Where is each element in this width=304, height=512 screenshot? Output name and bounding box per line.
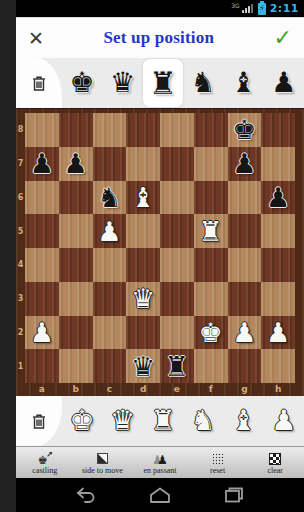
square-h4[interactable] xyxy=(261,248,295,282)
square-c1[interactable] xyxy=(93,349,127,383)
square-c6[interactable]: ♞ xyxy=(93,181,127,215)
black-piece-palette: ♚♛♜♞♝♟ xyxy=(16,58,304,108)
side-to-move-icon xyxy=(97,453,108,464)
black-p-piece: ♟ xyxy=(232,150,256,177)
close-icon[interactable]: ✕ xyxy=(28,29,44,48)
square-g6[interactable] xyxy=(228,181,262,215)
white-b-piece: ♝ xyxy=(231,407,256,435)
square-g3[interactable] xyxy=(228,282,262,316)
palette-black-q[interactable]: ♛ xyxy=(102,58,142,108)
rank-label-2: 2 xyxy=(16,316,25,350)
clear-label: clear xyxy=(267,466,283,475)
palette-white-n[interactable]: ♞ xyxy=(183,396,223,446)
square-d6[interactable]: ♝ xyxy=(126,181,160,215)
black-r-piece: ♜ xyxy=(165,353,189,380)
square-a4[interactable] xyxy=(25,248,59,282)
square-g7[interactable]: ♟ xyxy=(228,147,262,181)
square-c7[interactable] xyxy=(93,147,127,181)
status-clock: 2:11 xyxy=(270,2,299,15)
white-p-piece: ♟ xyxy=(266,319,290,346)
square-a3[interactable] xyxy=(25,282,59,316)
reset-label: reset xyxy=(210,466,225,475)
delete-tool-black[interactable] xyxy=(16,58,62,108)
white-p-piece: ♟ xyxy=(97,218,121,245)
square-b6[interactable] xyxy=(59,181,93,215)
rank-labels: 87654321 xyxy=(16,113,25,383)
white-k-piece: ♚ xyxy=(70,407,95,435)
palette-white-r[interactable]: ♜ xyxy=(143,396,183,446)
square-h1[interactable] xyxy=(261,349,295,383)
white-n-piece: ♞ xyxy=(191,407,216,435)
white-piece-palette: ♚♛♜♞♝♟ xyxy=(16,396,304,446)
black-r-piece: ♜ xyxy=(149,68,177,99)
castling-label: castling xyxy=(32,466,57,475)
black-n-piece: ♞ xyxy=(191,69,216,97)
square-h8[interactable] xyxy=(261,113,295,147)
square-d7[interactable] xyxy=(126,147,160,181)
square-e3[interactable] xyxy=(160,282,194,316)
black-p-piece: ♟ xyxy=(30,150,54,177)
clear-icon xyxy=(269,453,281,465)
white-k-piece: ♚ xyxy=(199,319,223,346)
black-p-piece: ♟ xyxy=(266,184,290,211)
square-e6[interactable] xyxy=(160,181,194,215)
status-bar: 3G ⚡ 2:11 xyxy=(16,0,304,17)
square-h3[interactable] xyxy=(261,282,295,316)
confirm-check-icon[interactable]: ✓ xyxy=(274,27,292,49)
square-a1[interactable] xyxy=(25,349,59,383)
signal-bars-icon xyxy=(242,4,253,13)
square-f5[interactable]: ♜ xyxy=(194,214,228,248)
reset-icon xyxy=(212,453,224,465)
square-h6[interactable]: ♟ xyxy=(261,181,295,215)
black-q-piece: ♛ xyxy=(131,353,155,380)
palette-white-q[interactable]: ♛ xyxy=(102,396,142,446)
square-f8[interactable] xyxy=(194,113,228,147)
black-q-piece: ♛ xyxy=(110,69,135,97)
square-a2[interactable]: ♟ xyxy=(25,316,59,350)
file-label-b: b xyxy=(59,382,93,396)
file-label-e: e xyxy=(160,382,194,396)
trash-icon xyxy=(31,75,47,92)
side-to-move-button[interactable]: side to move xyxy=(74,447,132,478)
castling-button[interactable]: ♚↗ castling xyxy=(16,447,74,478)
file-labels: abcdefgh xyxy=(25,382,295,396)
square-g8[interactable]: ♚ xyxy=(228,113,262,147)
square-g1[interactable] xyxy=(228,349,262,383)
white-p-piece: ♟ xyxy=(232,319,256,346)
signal-icon: 3G xyxy=(231,4,252,13)
square-d8[interactable] xyxy=(126,113,160,147)
rank-label-4: 4 xyxy=(16,248,25,282)
black-n-piece: ♞ xyxy=(97,184,121,211)
square-h2[interactable]: ♟ xyxy=(261,316,295,350)
file-label-a: a xyxy=(25,382,59,396)
square-f3[interactable] xyxy=(194,282,228,316)
square-b8[interactable] xyxy=(59,113,93,147)
white-q-piece: ♛ xyxy=(110,407,135,435)
square-e2[interactable] xyxy=(160,316,194,350)
white-p-piece: ♟ xyxy=(30,319,54,346)
square-c5[interactable]: ♟ xyxy=(93,214,127,248)
square-d2[interactable] xyxy=(126,316,160,350)
black-k-piece: ♚ xyxy=(70,69,95,97)
square-h7[interactable] xyxy=(261,147,295,181)
square-c4[interactable] xyxy=(93,248,127,282)
square-h5[interactable] xyxy=(261,214,295,248)
black-p-piece: ♟ xyxy=(271,69,296,97)
square-a7[interactable]: ♟ xyxy=(25,147,59,181)
rank-label-3: 3 xyxy=(16,282,25,316)
rank-label-1: 1 xyxy=(16,349,25,383)
palette-black-k[interactable]: ♚ xyxy=(62,58,102,108)
square-f6[interactable] xyxy=(194,181,228,215)
square-e4[interactable] xyxy=(160,248,194,282)
square-e8[interactable] xyxy=(160,113,194,147)
square-f1[interactable] xyxy=(194,349,228,383)
white-p-piece: ♟ xyxy=(271,407,296,435)
chess-board: 87654321 ♚♟♟♟♞♝♟♟♜♛♟♚♟♟♛♜ abcdefgh xyxy=(16,108,304,396)
clear-button[interactable]: clear xyxy=(246,447,304,478)
square-b7[interactable]: ♟ xyxy=(59,147,93,181)
square-b1[interactable] xyxy=(59,349,93,383)
palette-black-r[interactable]: ♜ xyxy=(143,59,183,107)
en-passant-button[interactable]: ♟♟ en passant xyxy=(131,447,189,478)
reset-button[interactable]: reset xyxy=(189,447,247,478)
square-b2[interactable] xyxy=(59,316,93,350)
palette-black-p[interactable]: ♟ xyxy=(264,58,304,108)
square-c3[interactable] xyxy=(93,282,127,316)
square-a5[interactable] xyxy=(25,214,59,248)
white-b-piece: ♝ xyxy=(131,184,155,211)
file-label-d: d xyxy=(126,382,160,396)
rank-label-5: 5 xyxy=(16,214,25,248)
square-e5[interactable] xyxy=(160,214,194,248)
square-d5[interactable] xyxy=(126,214,160,248)
black-p-piece: ♟ xyxy=(64,150,88,177)
home-icon[interactable] xyxy=(149,487,171,503)
en-passant-label: en passant xyxy=(143,466,176,475)
battery-icon: ⚡ xyxy=(258,3,266,15)
square-f2[interactable]: ♚ xyxy=(194,316,228,350)
rank-label-8: 8 xyxy=(16,113,25,147)
white-r-piece: ♜ xyxy=(150,407,175,435)
square-a8[interactable] xyxy=(25,113,59,147)
square-f4[interactable] xyxy=(194,248,228,282)
black-b-piece: ♝ xyxy=(231,69,256,97)
rank-label-6: 6 xyxy=(16,181,25,215)
network-type-label: 3G xyxy=(231,3,239,9)
side-to-move-label: side to move xyxy=(82,466,123,475)
android-nav-bar xyxy=(16,478,304,512)
square-g4[interactable] xyxy=(228,248,262,282)
castling-icon: ♚↗ xyxy=(38,452,52,465)
square-b5[interactable] xyxy=(59,214,93,248)
app-screen: 3G ⚡ 2:11 ✕ Set up position ✓ ♚♛♜♞♝♟ xyxy=(16,0,304,512)
palette-white-b[interactable]: ♝ xyxy=(223,396,263,446)
palette-black-b[interactable]: ♝ xyxy=(223,58,263,108)
square-c8[interactable] xyxy=(93,113,127,147)
square-g2[interactable]: ♟ xyxy=(228,316,262,350)
file-label-c: c xyxy=(93,382,127,396)
file-label-h: h xyxy=(261,382,295,396)
square-b4[interactable] xyxy=(59,248,93,282)
black-k-piece: ♚ xyxy=(232,116,256,143)
square-f7[interactable] xyxy=(194,147,228,181)
back-icon[interactable] xyxy=(75,487,97,503)
setup-toolbar: ♚↗ castling side to move ♟♟ en passant r… xyxy=(16,446,304,478)
file-label-f: f xyxy=(194,382,228,396)
square-d3[interactable]: ♛ xyxy=(126,282,160,316)
trash-icon xyxy=(31,413,47,430)
square-d4[interactable] xyxy=(126,248,160,282)
title-bar: ✕ Set up position ✓ xyxy=(16,17,304,58)
square-a6[interactable] xyxy=(25,181,59,215)
square-g5[interactable] xyxy=(228,214,262,248)
square-b3[interactable] xyxy=(59,282,93,316)
palette-white-k[interactable]: ♚ xyxy=(62,396,102,446)
palette-white-p[interactable]: ♟ xyxy=(264,396,304,446)
recents-icon[interactable] xyxy=(223,487,245,503)
delete-tool-white[interactable] xyxy=(16,396,62,446)
white-q-piece: ♛ xyxy=(131,285,155,312)
square-d1[interactable]: ♛ xyxy=(126,349,160,383)
board-squares: ♚♟♟♟♞♝♟♟♜♛♟♚♟♟♛♜ xyxy=(25,113,295,383)
white-r-piece: ♜ xyxy=(199,218,223,245)
square-e7[interactable] xyxy=(160,147,194,181)
square-e1[interactable]: ♜ xyxy=(160,349,194,383)
palette-black-n[interactable]: ♞ xyxy=(183,58,223,108)
page-title: Set up position xyxy=(103,28,214,48)
en-passant-icon: ♟♟ xyxy=(152,452,168,465)
file-label-g: g xyxy=(228,382,262,396)
square-c2[interactable] xyxy=(93,316,127,350)
rank-label-7: 7 xyxy=(16,147,25,181)
